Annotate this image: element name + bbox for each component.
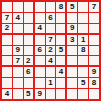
sudoku-cell-r6c3[interactable]: 2 <box>24 56 34 66</box>
sudoku-cell-r6c6[interactable] <box>56 56 66 66</box>
sudoku-cell-r5c6[interactable]: 5 <box>56 46 66 56</box>
sudoku-cell-r6c9[interactable] <box>89 56 99 66</box>
sudoku-cell-r4c4[interactable] <box>35 35 45 45</box>
sudoku-cell-r6c7[interactable] <box>67 56 77 66</box>
sudoku-cell-r8c7[interactable] <box>67 78 77 88</box>
sudoku-board: 85774624973196258724649158459 <box>0 0 101 101</box>
sudoku-cell-r2c6[interactable] <box>56 13 66 23</box>
sudoku-cell-r9c4[interactable]: 9 <box>35 89 45 99</box>
sudoku-cell-r2c7[interactable] <box>67 13 77 23</box>
sudoku-cell-r1c3[interactable] <box>24 2 34 12</box>
sudoku-cell-r7c9[interactable]: 9 <box>89 67 99 77</box>
sudoku-cell-r6c4[interactable] <box>35 56 45 66</box>
sudoku-cell-r2c9[interactable] <box>89 13 99 23</box>
sudoku-cell-r5c9[interactable] <box>89 46 99 56</box>
sudoku-cell-r5c4[interactable]: 6 <box>35 46 45 56</box>
sudoku-cell-r4c3[interactable] <box>24 35 34 45</box>
sudoku-cell-r3c4[interactable]: 4 <box>35 24 45 34</box>
sudoku-cell-r5c8[interactable]: 8 <box>78 46 88 56</box>
sudoku-cell-r3c7[interactable]: 9 <box>67 24 77 34</box>
sudoku-cell-r7c7[interactable] <box>67 67 77 77</box>
sudoku-cell-r2c1[interactable]: 7 <box>2 13 12 23</box>
sudoku-cell-r9c5[interactable] <box>46 89 56 99</box>
sudoku-cell-r3c3[interactable] <box>24 24 34 34</box>
sudoku-cell-r1c4[interactable] <box>35 2 45 12</box>
sudoku-cell-r6c5[interactable]: 4 <box>46 56 56 66</box>
sudoku-cell-r4c5[interactable]: 7 <box>46 35 56 45</box>
sudoku-cell-r8c6[interactable] <box>56 78 66 88</box>
sudoku-cell-r3c1[interactable]: 2 <box>2 24 12 34</box>
sudoku-cell-r8c1[interactable] <box>2 78 12 88</box>
sudoku-cell-r5c2[interactable]: 9 <box>13 46 23 56</box>
sudoku-cell-r4c6[interactable] <box>56 35 66 45</box>
sudoku-cell-r4c2[interactable] <box>13 35 23 45</box>
sudoku-cell-r2c8[interactable] <box>78 13 88 23</box>
sudoku-cell-r8c8[interactable]: 5 <box>78 78 88 88</box>
sudoku-cell-r4c1[interactable] <box>2 35 12 45</box>
sudoku-cell-r6c2[interactable]: 7 <box>13 56 23 66</box>
sudoku-cell-r8c3[interactable] <box>24 78 34 88</box>
sudoku-cell-r7c1[interactable] <box>2 67 12 77</box>
sudoku-cell-r5c3[interactable] <box>24 46 34 56</box>
sudoku-cell-r7c8[interactable] <box>78 67 88 77</box>
sudoku-cell-r9c9[interactable] <box>89 89 99 99</box>
sudoku-cell-r4c7[interactable]: 3 <box>67 35 77 45</box>
sudoku-cell-r3c8[interactable] <box>78 24 88 34</box>
sudoku-cell-r3c2[interactable] <box>13 24 23 34</box>
sudoku-cell-r1c7[interactable]: 5 <box>67 2 77 12</box>
sudoku-cell-r8c9[interactable]: 8 <box>89 78 99 88</box>
sudoku-cell-r2c2[interactable]: 4 <box>13 13 23 23</box>
sudoku-cell-r1c8[interactable] <box>78 2 88 12</box>
sudoku-cell-r9c7[interactable] <box>67 89 77 99</box>
sudoku-cell-r1c2[interactable] <box>13 2 23 12</box>
sudoku-cell-r5c1[interactable] <box>2 46 12 56</box>
sudoku-cell-r8c4[interactable] <box>35 78 45 88</box>
sudoku-cell-r9c2[interactable] <box>13 89 23 99</box>
sudoku-cell-r7c6[interactable]: 4 <box>56 67 66 77</box>
sudoku-cell-r8c2[interactable] <box>13 78 23 88</box>
sudoku-cell-r9c3[interactable]: 5 <box>24 89 34 99</box>
sudoku-cell-r6c8[interactable] <box>78 56 88 66</box>
sudoku-cell-r3c6[interactable] <box>56 24 66 34</box>
sudoku-cell-r1c5[interactable] <box>46 2 56 12</box>
sudoku-cell-r4c9[interactable] <box>89 35 99 45</box>
sudoku-cell-r1c6[interactable]: 8 <box>56 2 66 12</box>
sudoku-cell-r7c3[interactable]: 6 <box>24 67 34 77</box>
sudoku-cell-r7c2[interactable] <box>13 67 23 77</box>
sudoku-cell-r7c4[interactable] <box>35 67 45 77</box>
sudoku-cell-r2c3[interactable] <box>24 13 34 23</box>
sudoku-cell-r2c5[interactable]: 6 <box>46 13 56 23</box>
sudoku-cell-r3c5[interactable] <box>46 24 56 34</box>
sudoku-cell-r3c9[interactable] <box>89 24 99 34</box>
sudoku-cell-r4c8[interactable]: 1 <box>78 35 88 45</box>
sudoku-cell-r1c1[interactable] <box>2 2 12 12</box>
sudoku-cell-r2c4[interactable] <box>35 13 45 23</box>
sudoku-cell-r5c5[interactable]: 2 <box>46 46 56 56</box>
sudoku-cell-r9c1[interactable]: 4 <box>2 89 12 99</box>
sudoku-cell-r9c8[interactable] <box>78 89 88 99</box>
sudoku-cell-r7c5[interactable] <box>46 67 56 77</box>
sudoku-cell-r6c1[interactable] <box>2 56 12 66</box>
sudoku-cell-r8c5[interactable]: 1 <box>46 78 56 88</box>
sudoku-cell-r5c7[interactable] <box>67 46 77 56</box>
sudoku-cell-r1c9[interactable]: 7 <box>89 2 99 12</box>
sudoku-cell-r9c6[interactable] <box>56 89 66 99</box>
